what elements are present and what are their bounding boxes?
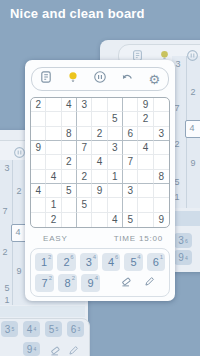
sudoku-cell[interactable] xyxy=(92,98,107,112)
sudoku-cell[interactable]: 4 xyxy=(108,213,123,227)
sudoku-cell[interactable] xyxy=(62,213,77,227)
pause-icon xyxy=(93,70,107,88)
sudoku-cell[interactable]: 3 xyxy=(154,127,169,141)
sudoku-cell[interactable] xyxy=(138,184,153,198)
app-screen: Nice and clean board xyxy=(0,0,200,356)
sudoku-cell[interactable] xyxy=(62,141,77,155)
sudoku-cell[interactable]: 5 xyxy=(123,213,138,227)
background-board-number: 2 xyxy=(16,187,21,196)
sudoku-cell[interactable] xyxy=(92,213,107,227)
background-numpad-button-3: 36 xyxy=(174,233,192,248)
sudoku-cell[interactable]: 5 xyxy=(62,184,77,198)
sudoku-cell[interactable] xyxy=(77,155,92,169)
hint-button[interactable] xyxy=(64,70,82,88)
sudoku-cell[interactable] xyxy=(46,127,61,141)
sudoku-cell[interactable] xyxy=(123,198,138,212)
notes-icon xyxy=(39,70,53,88)
sudoku-cell[interactable] xyxy=(138,127,153,141)
sudoku-cell[interactable] xyxy=(46,98,61,112)
background-numpad-button-5: 55 xyxy=(45,321,62,337)
undo-icon xyxy=(120,70,134,88)
background-board-number: 3 xyxy=(175,60,180,69)
sudoku-cell[interactable]: 6 xyxy=(123,127,138,141)
sudoku-cell[interactable] xyxy=(31,155,46,169)
background-board-number: 4 xyxy=(189,124,194,133)
sudoku-cell[interactable]: 2 xyxy=(46,213,61,227)
background-numpad-button-9: 94 xyxy=(23,342,40,356)
sudoku-cell[interactable]: 7 xyxy=(123,155,138,169)
sudoku-cell[interactable]: 3 xyxy=(108,141,123,155)
sudoku-cell[interactable] xyxy=(108,198,123,212)
sudoku-cell[interactable]: 8 xyxy=(62,127,77,141)
sudoku-cell[interactable] xyxy=(31,198,46,212)
background-board-number: 3 xyxy=(4,164,9,173)
background-eraser-icon xyxy=(49,343,62,356)
sudoku-cell[interactable]: 4 xyxy=(138,141,153,155)
numpad-button-6[interactable]: 61 xyxy=(147,253,165,271)
sudoku-cell[interactable] xyxy=(154,184,169,198)
background-board-number: 7 xyxy=(2,207,7,216)
numpad-button-5[interactable]: 54 xyxy=(124,253,142,271)
sudoku-cell[interactable] xyxy=(46,141,61,155)
background-board-number: 9 xyxy=(16,267,21,276)
background-pause-icon xyxy=(186,48,199,66)
toolbar: ⚙ xyxy=(31,67,169,91)
background-numpad-button-3: 35 xyxy=(1,321,18,337)
sudoku-cell[interactable]: 2 xyxy=(31,98,46,112)
sudoku-cell[interactable] xyxy=(46,184,61,198)
sudoku-cell[interactable] xyxy=(154,141,169,155)
background-board-number: 1 xyxy=(174,193,179,202)
sudoku-cell[interactable]: 7 xyxy=(77,141,92,155)
sudoku-cell[interactable] xyxy=(62,198,77,212)
background-right-statusbar xyxy=(172,211,200,226)
sudoku-cell[interactable] xyxy=(154,98,169,112)
background-board-number: 4 xyxy=(15,228,20,237)
sudoku-cell[interactable] xyxy=(62,170,77,184)
settings-button[interactable]: ⚙ xyxy=(145,70,163,88)
sudoku-cell[interactable] xyxy=(123,112,138,126)
background-board-number: 2 xyxy=(174,140,179,149)
sudoku-cell[interactable]: 3 xyxy=(77,98,92,112)
sudoku-cell[interactable]: 9 xyxy=(138,98,153,112)
eraser-icon xyxy=(120,274,133,292)
sudoku-cell[interactable]: 5 xyxy=(108,112,123,126)
sudoku-board: 2439528263973424742184593152459 xyxy=(30,97,170,228)
sudoku-cell[interactable] xyxy=(123,141,138,155)
numpad-button-4[interactable]: 46 xyxy=(102,253,120,271)
notes-button[interactable] xyxy=(37,70,55,88)
sudoku-cell[interactable]: 4 xyxy=(92,155,107,169)
sudoku-cell[interactable] xyxy=(92,112,107,126)
background-board-number: 5 xyxy=(4,284,9,293)
sudoku-cell[interactable] xyxy=(154,198,169,212)
sudoku-cell[interactable]: 2 xyxy=(62,155,77,169)
sudoku-cell[interactable] xyxy=(77,112,92,126)
sudoku-cell[interactable] xyxy=(92,198,107,212)
sudoku-cell[interactable] xyxy=(77,127,92,141)
numpad-button-1[interactable]: 12 xyxy=(35,253,53,271)
lightbulb-icon xyxy=(66,70,80,88)
background-board-number: 7 xyxy=(174,104,179,113)
status-bar: EASY TIME 15:00 xyxy=(25,228,175,248)
sudoku-cell[interactable] xyxy=(46,155,61,169)
sudoku-cell[interactable] xyxy=(138,213,153,227)
sudoku-cell[interactable] xyxy=(138,198,153,212)
sudoku-cell[interactable] xyxy=(123,170,138,184)
sudoku-cell[interactable] xyxy=(138,170,153,184)
sudoku-cell[interactable] xyxy=(123,98,138,112)
eraser-button[interactable] xyxy=(117,274,136,292)
sudoku-cell[interactable] xyxy=(138,155,153,169)
gear-icon: ⚙ xyxy=(149,73,161,86)
sudoku-card: ⚙ 2439528263973424742184593152459 EASY T… xyxy=(25,60,175,301)
background-board-number: 5 xyxy=(174,178,179,187)
sudoku-cell[interactable] xyxy=(92,170,107,184)
background-pencil-icon xyxy=(67,343,80,356)
sudoku-cell[interactable]: 2 xyxy=(77,170,92,184)
sudoku-cell[interactable]: 5 xyxy=(77,198,92,212)
sudoku-cell[interactable] xyxy=(108,98,123,112)
numpad-button-7[interactable]: 72 xyxy=(35,274,54,292)
sudoku-cell[interactable] xyxy=(31,127,46,141)
numpad-button-3[interactable]: 34 xyxy=(80,253,98,271)
sudoku-cell[interactable]: 2 xyxy=(92,127,107,141)
sudoku-cell[interactable]: 2 xyxy=(138,112,153,126)
background-numpad-button-9: 94 xyxy=(174,250,192,265)
sudoku-cell[interactable]: 4 xyxy=(31,184,46,198)
difficulty-label: EASY xyxy=(43,234,68,243)
background-board-number: 1 xyxy=(4,296,9,305)
numpad-button-8[interactable]: 82 xyxy=(58,274,77,292)
background-numpad-button-6: 63 xyxy=(67,321,84,337)
sudoku-cell[interactable]: 1 xyxy=(46,198,61,212)
sudoku-cell[interactable]: 8 xyxy=(154,170,169,184)
sudoku-cell[interactable] xyxy=(108,155,123,169)
sudoku-cell[interactable]: 9 xyxy=(31,141,46,155)
pencil-button[interactable] xyxy=(140,274,159,292)
sudoku-cell[interactable] xyxy=(154,112,169,126)
background-left-statusbar xyxy=(0,306,85,317)
background-board-number: 9 xyxy=(190,159,195,168)
sudoku-cell[interactable] xyxy=(92,141,107,155)
undo-button[interactable] xyxy=(118,70,136,88)
sudoku-cell[interactable]: 1 xyxy=(108,170,123,184)
sudoku-cell[interactable]: 9 xyxy=(154,213,169,227)
sudoku-cell[interactable]: 9 xyxy=(92,184,107,198)
background-board-number: 2 xyxy=(2,248,7,257)
background-board-number: 2 xyxy=(190,88,195,97)
sudoku-cell[interactable]: 4 xyxy=(62,98,77,112)
numpad-button-2[interactable]: 26 xyxy=(57,253,75,271)
sudoku-cell[interactable]: 3 xyxy=(123,184,138,198)
background-numpad-button-4: 44 xyxy=(23,321,40,337)
time-label: TIME 15:00 xyxy=(114,234,163,243)
numpad: 122634465461 728294 xyxy=(30,248,170,297)
sudoku-cell[interactable] xyxy=(31,213,46,227)
sudoku-cell[interactable] xyxy=(46,112,61,126)
sudoku-cell[interactable] xyxy=(108,127,123,141)
pencil-icon xyxy=(143,274,156,292)
sudoku-cell[interactable] xyxy=(62,112,77,126)
numpad-button-9[interactable]: 94 xyxy=(81,274,100,292)
sudoku-cell[interactable] xyxy=(108,184,123,198)
sudoku-cell[interactable]: 4 xyxy=(46,170,61,184)
sudoku-cell[interactable] xyxy=(31,170,46,184)
sudoku-cell[interactable] xyxy=(31,112,46,126)
pause-button[interactable] xyxy=(91,70,109,88)
sudoku-cell[interactable] xyxy=(154,155,169,169)
sudoku-cell[interactable] xyxy=(77,213,92,227)
page-title: Nice and clean board xyxy=(10,6,145,21)
sudoku-cell[interactable] xyxy=(77,184,92,198)
